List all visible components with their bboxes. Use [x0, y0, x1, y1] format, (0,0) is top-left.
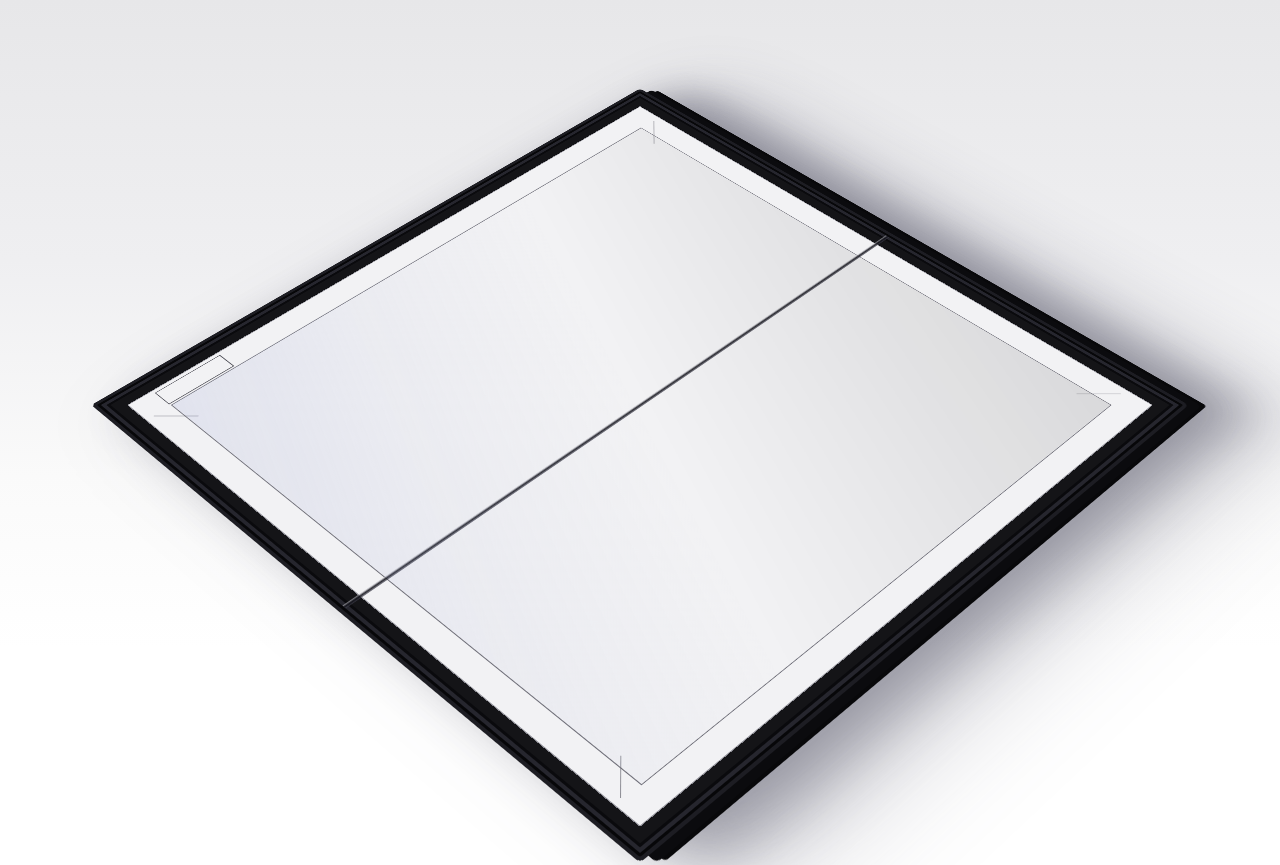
- chess-board: [91, 89, 1188, 863]
- board-grid: [172, 128, 1110, 784]
- board-face: [127, 106, 1153, 827]
- page: { "game": "chess", "position": { "fen": …: [0, 0, 1280, 865]
- photo-scene: [0, 0, 1280, 865]
- board-frame: [91, 89, 1188, 863]
